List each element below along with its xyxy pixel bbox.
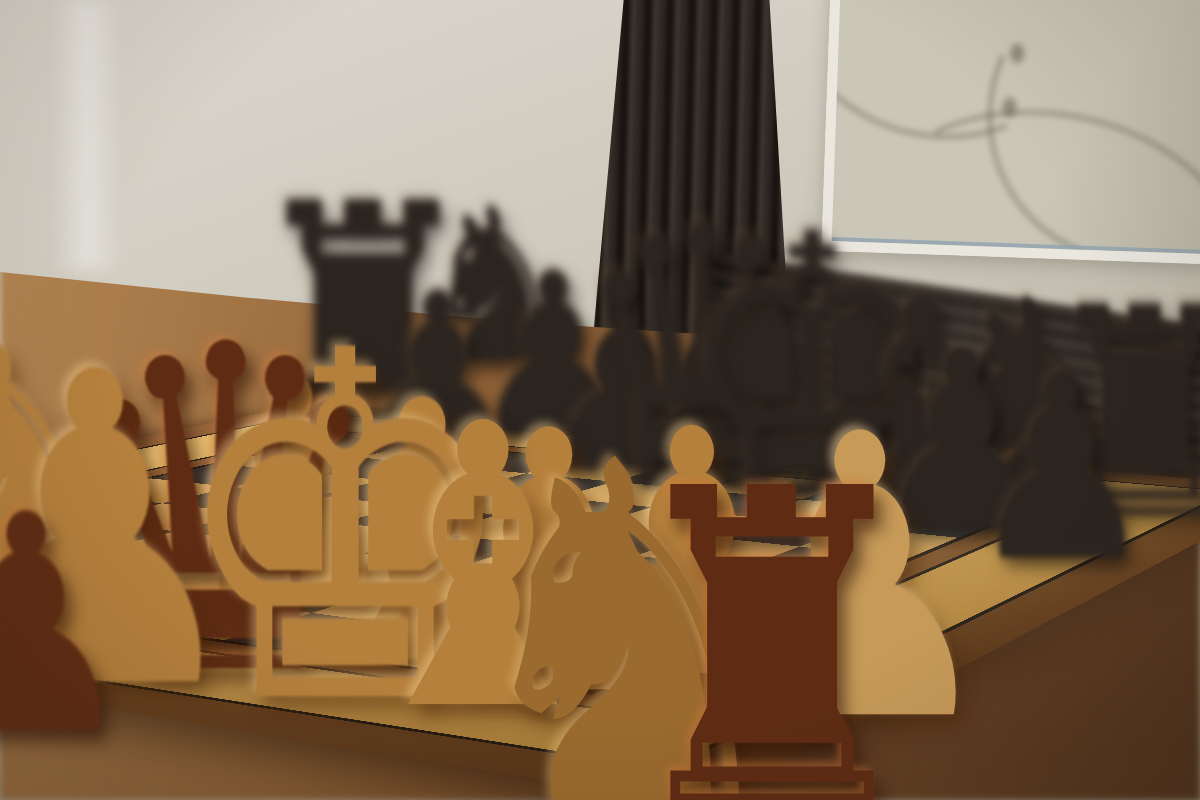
photo-scene: ♜♟♞♟♛♚♟♟♟♟♝♟♞♟♜♞♟♟♛♟♚♝♝♟♟♞♜♟: [0, 0, 1200, 800]
piece-white-pawn[interactable]: ♟: [0, 476, 136, 776]
piece-white-rook[interactable]: ♜: [610, 433, 933, 800]
pieces-layer: ♜♟♞♟♛♚♟♟♟♟♝♟♞♟♜♞♟♟♛♟♚♝♝♟♟♞♜♟: [0, 0, 1200, 800]
